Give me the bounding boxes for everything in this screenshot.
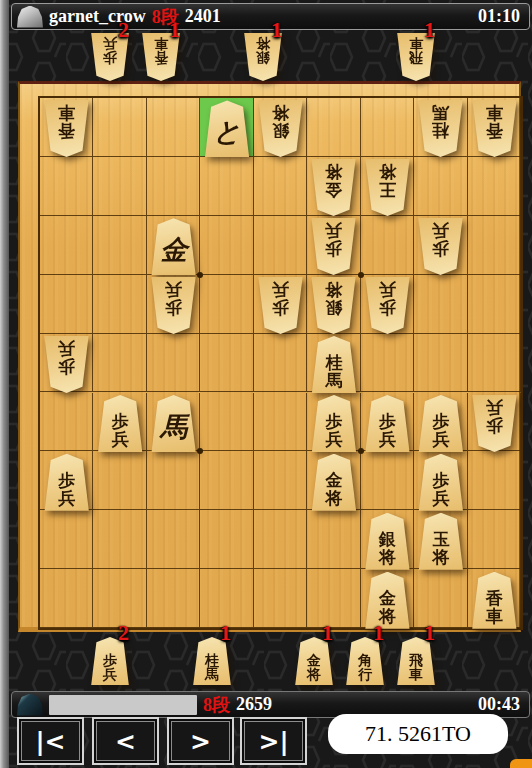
square-35[interactable] (361, 334, 414, 393)
piece-promoted-knight-73[interactable]: 金 (150, 218, 197, 272)
piece-knight-45[interactable]: 桂馬 (310, 336, 357, 390)
piece-gold-39[interactable]: 金将 (364, 572, 411, 626)
piece-knight-21[interactable]: 桂馬 (417, 100, 464, 154)
piece-gold-42[interactable]: 金将 (310, 159, 357, 213)
top-player-clock: 01:10 (478, 6, 520, 27)
square-18[interactable] (468, 510, 521, 569)
square-58[interactable] (254, 510, 307, 569)
square-98[interactable] (40, 510, 93, 569)
square-77[interactable] (147, 451, 200, 510)
square-66[interactable] (200, 393, 253, 452)
last-move-button[interactable]: >| (240, 717, 307, 765)
piece-pawn-43[interactable]: 歩兵 (310, 218, 357, 272)
square-88[interactable] (93, 510, 146, 569)
piece-lance-19[interactable]: 香車 (471, 572, 518, 626)
square-52[interactable] (254, 157, 307, 216)
square-63[interactable] (200, 216, 253, 275)
square-48[interactable] (307, 510, 360, 569)
square-25[interactable] (414, 334, 467, 393)
next-move-button[interactable]: > (167, 717, 234, 765)
square-93[interactable] (40, 216, 93, 275)
square-65[interactable] (200, 334, 253, 393)
square-37[interactable] (361, 451, 414, 510)
piece-pawn-86[interactable]: 歩兵 (97, 395, 144, 449)
square-82[interactable] (93, 157, 146, 216)
piece-pawn-97[interactable]: 歩兵 (43, 454, 90, 508)
square-56[interactable] (254, 393, 307, 452)
square-62[interactable] (200, 157, 253, 216)
piece-tokin-61[interactable]: と (204, 100, 251, 154)
bottom-player-clock: 00:43 (478, 694, 520, 715)
square-79[interactable] (147, 569, 200, 628)
top-player-avatar-icon (17, 6, 43, 28)
piece-king-28[interactable]: 玉将 (417, 513, 464, 567)
square-85[interactable] (93, 334, 146, 393)
bottom-player-rating: 2659 (236, 694, 272, 715)
piece-pawn-16[interactable]: 歩兵 (471, 395, 518, 449)
piece-pawn-54[interactable]: 歩兵 (257, 277, 304, 331)
piece-gold-47[interactable]: 金将 (310, 454, 357, 508)
square-17[interactable] (468, 451, 521, 510)
square-84[interactable] (93, 275, 146, 334)
piece-pawn-74[interactable]: 歩兵 (150, 277, 197, 331)
square-81[interactable] (93, 98, 146, 157)
square-24[interactable] (414, 275, 467, 334)
move-display: 71. 5261TO (328, 714, 508, 754)
square-41[interactable] (307, 98, 360, 157)
square-14[interactable] (468, 275, 521, 334)
piece-pawn-34[interactable]: 歩兵 (364, 277, 411, 331)
square-75[interactable] (147, 334, 200, 393)
square-22[interactable] (414, 157, 467, 216)
left-window-edge (0, 0, 9, 768)
square-72[interactable] (147, 157, 200, 216)
piece-promoted-bishop-76[interactable]: 馬 (150, 395, 197, 449)
square-49[interactable] (307, 569, 360, 628)
first-move-button[interactable]: |< (17, 717, 84, 765)
square-78[interactable] (147, 510, 200, 569)
square-31[interactable] (361, 98, 414, 157)
square-33[interactable] (361, 216, 414, 275)
square-13[interactable] (468, 216, 521, 275)
shogi-board: 香車と銀将桂馬香車金将王将金歩兵歩兵歩兵歩兵銀将歩兵歩兵桂馬歩兵馬歩兵歩兵歩兵歩… (18, 81, 521, 632)
piece-king-32[interactable]: 王将 (364, 159, 411, 213)
board-grid: 香車と銀将桂馬香車金将王将金歩兵歩兵歩兵歩兵銀将歩兵歩兵桂馬歩兵馬歩兵歩兵歩兵歩… (38, 96, 523, 630)
hand-count-rook: 1 (424, 620, 435, 646)
square-59[interactable] (254, 569, 307, 628)
square-92[interactable] (40, 157, 93, 216)
piece-pawn-36[interactable]: 歩兵 (364, 395, 411, 449)
piece-pawn-26[interactable]: 歩兵 (417, 395, 464, 449)
square-55[interactable] (254, 334, 307, 393)
square-71[interactable] (147, 98, 200, 157)
square-99[interactable] (40, 569, 93, 628)
hand-count-knight: 1 (220, 620, 231, 646)
square-67[interactable] (200, 451, 253, 510)
square-68[interactable] (200, 510, 253, 569)
app-window: garnet_crow 8段 2401 01:10 歩兵2香車1銀将1飛車1 香… (0, 0, 532, 768)
square-96[interactable] (40, 393, 93, 452)
hand-count-pawn: 2 (118, 620, 129, 646)
hand-count-rook: 1 (424, 17, 435, 43)
square-87[interactable] (93, 451, 146, 510)
piece-silver-51[interactable]: 銀将 (257, 100, 304, 154)
hand-count-bishop: 1 (373, 620, 384, 646)
bottom-player-name-box (49, 695, 197, 715)
top-player-name: garnet_crow (49, 6, 146, 27)
square-15[interactable] (468, 334, 521, 393)
square-64[interactable] (200, 275, 253, 334)
bottom-player-rank: 8段 (203, 693, 230, 717)
orange-button-fragment (510, 759, 532, 768)
square-57[interactable] (254, 451, 307, 510)
hand-count-gold: 1 (322, 620, 333, 646)
square-83[interactable] (93, 216, 146, 275)
square-29[interactable] (414, 569, 467, 628)
hand-count-pawn: 2 (118, 17, 129, 43)
square-53[interactable] (254, 216, 307, 275)
square-12[interactable] (468, 157, 521, 216)
piece-silver-44[interactable]: 銀将 (310, 277, 357, 331)
hand-count-silver: 1 (271, 17, 282, 43)
piece-pawn-95[interactable]: 歩兵 (43, 336, 90, 390)
star-point (358, 272, 364, 278)
piece-lance-11[interactable]: 香車 (471, 100, 518, 154)
prev-move-button[interactable]: < (92, 717, 159, 765)
top-player-rating: 2401 (185, 6, 221, 27)
piece-lance-91[interactable]: 香車 (43, 100, 90, 154)
square-94[interactable] (40, 275, 93, 334)
hand-count-lance: 1 (169, 17, 180, 43)
bottom-player-avatar-icon (17, 694, 43, 716)
piece-pawn-27[interactable]: 歩兵 (417, 454, 464, 508)
piece-pawn-46[interactable]: 歩兵 (310, 395, 357, 449)
piece-silver-38[interactable]: 銀将 (364, 513, 411, 567)
piece-pawn-23[interactable]: 歩兵 (417, 218, 464, 272)
